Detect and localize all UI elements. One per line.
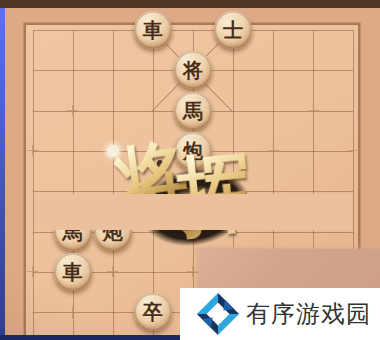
- grid-line: [33, 30, 354, 31]
- piece-character: 士: [223, 20, 243, 40]
- xiangqi-piece-horse[interactable]: 馬: [174, 92, 212, 130]
- pinwheel-logo-icon: [196, 292, 240, 336]
- piece-character: 車: [143, 20, 163, 40]
- piece-character: 卒: [143, 302, 163, 322]
- star-point: [268, 145, 279, 156]
- star-point: [308, 105, 319, 116]
- star-point: [107, 266, 118, 277]
- blurred-censor-patch: [198, 249, 380, 289]
- top-border-strip: [0, 0, 380, 8]
- bottom-border-strip: [0, 335, 180, 340]
- grid-line: [33, 30, 34, 340]
- site-watermark-box: 有序游戏园: [180, 288, 380, 340]
- piece-character: 将: [183, 60, 203, 80]
- grid-line: [73, 30, 74, 340]
- xiangqi-piece-advisor[interactable]: 士: [214, 11, 252, 49]
- piece-character: 馬: [183, 101, 203, 121]
- xiangqi-piece-soldier[interactable]: 卒: [134, 293, 172, 331]
- star-point: [187, 266, 198, 277]
- star-point: [27, 145, 38, 156]
- river-band: [34, 194, 352, 230]
- star-point: [27, 266, 38, 277]
- xiangqi-piece-general[interactable]: 将: [174, 51, 212, 89]
- xiangqi-piece-chariot[interactable]: 車: [54, 253, 92, 291]
- left-border-strip: [0, 8, 5, 336]
- xiangqi-piece-chariot[interactable]: 車: [134, 11, 172, 49]
- star-point: [67, 105, 78, 116]
- star-point: [348, 145, 359, 156]
- piece-character: 車: [63, 262, 83, 282]
- star-point: [67, 307, 78, 318]
- grid-line: [113, 30, 114, 340]
- site-name-text: 有序游戏园: [246, 288, 371, 340]
- xiangqi-app-screenshot: 楚河 漢界 車士将馬炮馬炮車卒 将 挥 有序游戏园: [0, 0, 380, 340]
